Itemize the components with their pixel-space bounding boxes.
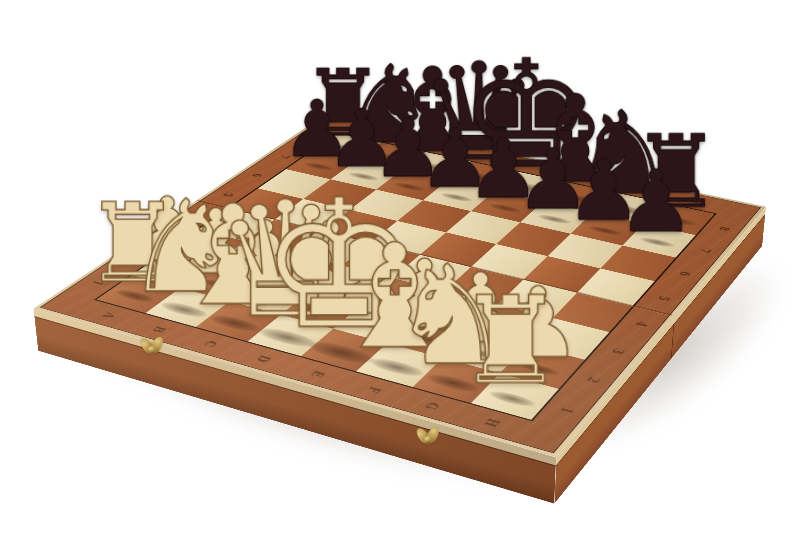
fold-seam-side [671,323,674,359]
clasp-knob-icon [148,346,156,354]
clasp-knob-icon [424,436,432,444]
brass-clasp-center [414,424,444,450]
chess-board: 88AA77BB66CC55DD44EE33FF22GG11HH ♜♞♝♛♚♝♞… [33,115,766,458]
white-rook-icon: ♜ [417,280,603,401]
board-top-face: 88AA77BB66CC55DD44EE33FF22GG11HH ♜♞♝♛♚♝♞… [33,115,766,458]
black-pawn-icon: ♟ [577,158,735,243]
brass-clasp-left [138,334,168,360]
photo-stage: 88AA77BB66CC55DD44EE33FF22GG11HH ♜♞♝♛♚♝♞… [0,0,800,533]
